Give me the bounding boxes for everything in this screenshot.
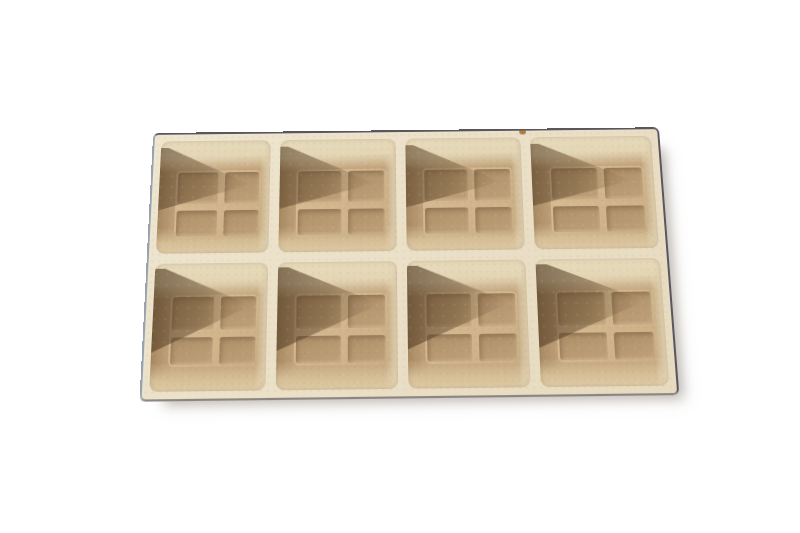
pot-cavity bbox=[406, 260, 530, 389]
floor-recess bbox=[348, 295, 386, 328]
tray-cell-r1c3 bbox=[400, 133, 530, 256]
pot-floor-cross-ridge bbox=[173, 170, 261, 239]
tray-cell-r2c4 bbox=[530, 253, 675, 393]
floor-recess bbox=[474, 169, 511, 200]
pot-floor-cross-ridge bbox=[555, 289, 657, 362]
floor-recess bbox=[171, 297, 214, 330]
floor-recess bbox=[348, 335, 386, 363]
floor-recess bbox=[557, 292, 605, 325]
floor-recess bbox=[219, 336, 255, 364]
floor-recess bbox=[553, 206, 600, 232]
pot-cavity bbox=[275, 261, 397, 390]
floor-recess bbox=[427, 294, 472, 327]
pot-floor-cross-ridge bbox=[423, 167, 515, 236]
floor-recess bbox=[348, 171, 384, 202]
floor-recess bbox=[603, 168, 644, 199]
floor-recess bbox=[297, 295, 341, 328]
floor-recess bbox=[425, 207, 469, 233]
floor-recess bbox=[611, 291, 653, 324]
floor-recess bbox=[296, 335, 341, 363]
pot-cavity bbox=[278, 139, 396, 253]
tray-cell-r2c2 bbox=[270, 256, 403, 396]
floor-recess bbox=[220, 296, 256, 329]
photo-canvas bbox=[0, 0, 800, 533]
floor-recess bbox=[425, 170, 468, 202]
floor-recess bbox=[177, 172, 218, 204]
floor-recess bbox=[478, 293, 517, 326]
pot-cavity bbox=[156, 140, 270, 254]
pot-floor-cross-ridge bbox=[425, 291, 520, 364]
floor-recess bbox=[224, 172, 259, 203]
floor-recess bbox=[613, 331, 655, 359]
floor-recess bbox=[551, 168, 598, 200]
floor-recess bbox=[605, 205, 646, 231]
pot-floor-cross-ridge bbox=[549, 166, 648, 235]
tray-cell-r1c2 bbox=[273, 134, 401, 258]
floor-recess bbox=[175, 210, 216, 236]
floor-recess bbox=[298, 171, 341, 203]
pot-floor-cross-ridge bbox=[296, 169, 387, 238]
tray-cell-r2c3 bbox=[401, 255, 535, 395]
floor-recess bbox=[298, 209, 341, 235]
pot-cavity bbox=[149, 263, 268, 392]
floor-recess bbox=[348, 208, 385, 234]
pot-floor-cross-ridge bbox=[168, 294, 258, 367]
pot-cavity bbox=[405, 137, 525, 251]
pot-floor-cross-ridge bbox=[294, 292, 388, 365]
floor-recess bbox=[479, 333, 518, 361]
floor-recess bbox=[223, 210, 258, 236]
tray-cell-r1c1 bbox=[151, 135, 276, 259]
floor-recess bbox=[427, 334, 472, 362]
tray-cell-r1c4 bbox=[525, 131, 665, 254]
pulp-seedling-tray bbox=[139, 127, 679, 401]
pot-cavity bbox=[530, 136, 660, 250]
floor-recess bbox=[475, 207, 512, 233]
tray-grid bbox=[139, 127, 679, 401]
floor-recess bbox=[559, 332, 607, 360]
pot-cavity bbox=[535, 258, 669, 387]
floor-recess bbox=[170, 337, 213, 365]
tray-cell-r2c1 bbox=[144, 258, 273, 398]
